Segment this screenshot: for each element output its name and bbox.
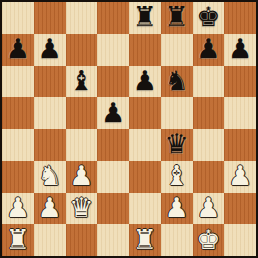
square-d6[interactable] [97, 66, 129, 98]
square-g4[interactable] [193, 129, 225, 161]
square-a2[interactable]: ♟ [2, 193, 34, 225]
piece-white-bishop-f3[interactable]: ♝ [165, 162, 189, 189]
square-c6[interactable]: ♝ [66, 66, 98, 98]
square-g8[interactable]: ♚ [193, 2, 225, 34]
square-h2[interactable] [224, 193, 256, 225]
square-d2[interactable] [97, 193, 129, 225]
square-a3[interactable] [2, 161, 34, 193]
square-f3[interactable]: ♝ [161, 161, 193, 193]
piece-white-pawn-b2[interactable]: ♟ [38, 194, 62, 221]
square-b2[interactable]: ♟ [34, 193, 66, 225]
square-g7[interactable]: ♟ [193, 34, 225, 66]
chess-board: ♜♜♚♟♟♟♟♝♟♞♟♛♞♟♝♟♟♟♛♟♟♜♜♚ [0, 0, 258, 258]
piece-white-rook-e1[interactable]: ♜ [133, 226, 157, 253]
piece-white-queen-c2[interactable]: ♛ [69, 194, 93, 221]
piece-white-king-g1[interactable]: ♚ [196, 226, 220, 253]
square-b5[interactable] [34, 97, 66, 129]
square-d7[interactable] [97, 34, 129, 66]
square-g6[interactable] [193, 66, 225, 98]
square-e5[interactable] [129, 97, 161, 129]
square-e8[interactable]: ♜ [129, 2, 161, 34]
square-b3[interactable]: ♞ [34, 161, 66, 193]
square-g3[interactable] [193, 161, 225, 193]
square-e2[interactable] [129, 193, 161, 225]
square-f4[interactable]: ♛ [161, 129, 193, 161]
square-c1[interactable] [66, 224, 98, 256]
square-f6[interactable]: ♞ [161, 66, 193, 98]
piece-black-pawn-g7[interactable]: ♟ [196, 35, 220, 62]
square-h1[interactable] [224, 224, 256, 256]
piece-white-pawn-h3[interactable]: ♟ [228, 162, 252, 189]
square-f8[interactable]: ♜ [161, 2, 193, 34]
square-b1[interactable] [34, 224, 66, 256]
square-f7[interactable] [161, 34, 193, 66]
square-a5[interactable] [2, 97, 34, 129]
piece-black-rook-e8[interactable]: ♜ [133, 3, 157, 30]
square-f5[interactable] [161, 97, 193, 129]
square-a7[interactable]: ♟ [2, 34, 34, 66]
square-h7[interactable]: ♟ [224, 34, 256, 66]
piece-white-pawn-c3[interactable]: ♟ [69, 162, 93, 189]
square-d3[interactable] [97, 161, 129, 193]
piece-black-knight-f6[interactable]: ♞ [165, 67, 189, 94]
square-h3[interactable]: ♟ [224, 161, 256, 193]
square-c3[interactable]: ♟ [66, 161, 98, 193]
square-c4[interactable] [66, 129, 98, 161]
square-b8[interactable] [34, 2, 66, 34]
square-f2[interactable]: ♟ [161, 193, 193, 225]
square-g2[interactable]: ♟ [193, 193, 225, 225]
piece-black-pawn-e6[interactable]: ♟ [133, 67, 157, 94]
square-h5[interactable] [224, 97, 256, 129]
piece-black-bishop-c6[interactable]: ♝ [69, 67, 93, 94]
square-a6[interactable] [2, 66, 34, 98]
square-d1[interactable] [97, 224, 129, 256]
square-c5[interactable] [66, 97, 98, 129]
square-c2[interactable]: ♛ [66, 193, 98, 225]
square-b7[interactable]: ♟ [34, 34, 66, 66]
piece-black-pawn-h7[interactable]: ♟ [228, 35, 252, 62]
piece-white-pawn-a2[interactable]: ♟ [6, 194, 30, 221]
square-c7[interactable] [66, 34, 98, 66]
square-e6[interactable]: ♟ [129, 66, 161, 98]
square-h8[interactable] [224, 2, 256, 34]
piece-black-pawn-b7[interactable]: ♟ [38, 35, 62, 62]
square-b4[interactable] [34, 129, 66, 161]
square-d5[interactable]: ♟ [97, 97, 129, 129]
square-e1[interactable]: ♜ [129, 224, 161, 256]
piece-black-king-g8[interactable]: ♚ [196, 3, 220, 30]
square-b6[interactable] [34, 66, 66, 98]
piece-white-pawn-f2[interactable]: ♟ [165, 194, 189, 221]
piece-white-pawn-g2[interactable]: ♟ [196, 194, 220, 221]
piece-white-rook-a1[interactable]: ♜ [6, 226, 30, 253]
piece-black-pawn-d5[interactable]: ♟ [101, 99, 125, 126]
square-g1[interactable]: ♚ [193, 224, 225, 256]
square-g5[interactable] [193, 97, 225, 129]
square-a8[interactable] [2, 2, 34, 34]
piece-white-knight-b3[interactable]: ♞ [38, 162, 62, 189]
piece-black-pawn-a7[interactable]: ♟ [6, 35, 30, 62]
square-a4[interactable] [2, 129, 34, 161]
piece-black-rook-f8[interactable]: ♜ [165, 3, 189, 30]
square-d4[interactable] [97, 129, 129, 161]
square-h6[interactable] [224, 66, 256, 98]
square-c8[interactable] [66, 2, 98, 34]
square-e3[interactable] [129, 161, 161, 193]
square-e4[interactable] [129, 129, 161, 161]
square-f1[interactable] [161, 224, 193, 256]
square-d8[interactable] [97, 2, 129, 34]
square-h4[interactable] [224, 129, 256, 161]
piece-black-queen-f4[interactable]: ♛ [165, 130, 189, 157]
square-a1[interactable]: ♜ [2, 224, 34, 256]
square-e7[interactable] [129, 34, 161, 66]
